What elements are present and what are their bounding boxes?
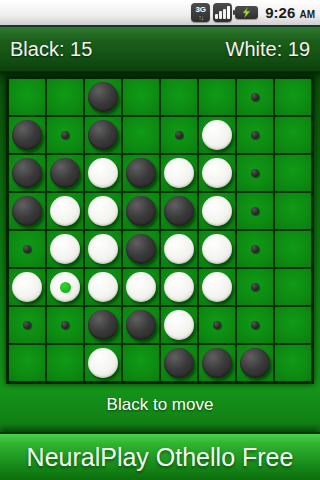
board-cell-b7[interactable] (47, 307, 83, 343)
board-cell-c1[interactable] (85, 79, 121, 115)
board-cell-d1[interactable] (123, 79, 159, 115)
white-disc (164, 234, 194, 264)
legal-move-dot[interactable] (251, 245, 259, 253)
board-cell-b4[interactable] (47, 193, 83, 229)
clock-time: 9:26 (265, 4, 295, 21)
3g-network-icon: 3G ↑↓ (191, 3, 210, 22)
black-disc (88, 120, 118, 150)
board-cell-c6[interactable] (85, 269, 121, 305)
board-cell-d6[interactable] (123, 269, 159, 305)
battery-charging-icon (235, 6, 258, 19)
board-cell-d7[interactable] (123, 307, 159, 343)
black-disc (126, 158, 156, 188)
board-cell-h4[interactable] (275, 193, 311, 229)
board-cell-f2[interactable] (199, 117, 235, 153)
board-cell-a7[interactable] (9, 307, 45, 343)
board-cell-g7[interactable] (237, 307, 273, 343)
board-cell-e8[interactable] (161, 345, 197, 381)
white-disc (88, 158, 118, 188)
white-disc (126, 272, 156, 302)
board-cell-f8[interactable] (199, 345, 235, 381)
board-cell-h7[interactable] (275, 307, 311, 343)
board-cell-e2[interactable] (161, 117, 197, 153)
legal-move-dot[interactable] (61, 131, 69, 139)
board-cell-c2[interactable] (85, 117, 121, 153)
white-disc (202, 234, 232, 264)
black-disc (88, 310, 118, 340)
board-cell-a5[interactable] (9, 231, 45, 267)
legal-move-dot[interactable] (251, 169, 259, 177)
legal-move-dot[interactable] (251, 321, 259, 329)
board-cell-a2[interactable] (9, 117, 45, 153)
black-disc (126, 196, 156, 226)
board-cell-e1[interactable] (161, 79, 197, 115)
board-cell-e5[interactable] (161, 231, 197, 267)
3g-label: 3G (195, 5, 206, 14)
black-disc (164, 196, 194, 226)
legal-move-dot[interactable] (251, 283, 259, 291)
white-disc (164, 158, 194, 188)
black-disc (126, 234, 156, 264)
black-disc (164, 348, 194, 378)
white-disc (202, 272, 232, 302)
board-cell-d2[interactable] (123, 117, 159, 153)
board-cell-h2[interactable] (275, 117, 311, 153)
legal-move-dot[interactable] (213, 321, 221, 329)
white-disc (12, 272, 42, 302)
app-title: NeuralPlay Othello Free (27, 443, 294, 472)
black-disc (12, 120, 42, 150)
black-disc (240, 348, 270, 378)
board-cell-b6[interactable] (47, 269, 83, 305)
black-score-label: Black: 15 (10, 38, 92, 61)
white-disc (202, 120, 232, 150)
clock: 9:26 AM (265, 4, 315, 21)
board-cell-d4[interactable] (123, 193, 159, 229)
black-disc (88, 82, 118, 112)
board-cell-d5[interactable] (123, 231, 159, 267)
board-cell-e4[interactable] (161, 193, 197, 229)
board-cell-a8[interactable] (9, 345, 45, 381)
board-cell-f4[interactable] (199, 193, 235, 229)
legal-move-dot[interactable] (251, 131, 259, 139)
board-cell-e6[interactable] (161, 269, 197, 305)
black-disc (202, 348, 232, 378)
last-move-indicator (60, 282, 71, 293)
white-disc (88, 348, 118, 378)
board-cell-g1[interactable] (237, 79, 273, 115)
clock-ampm: AM (299, 9, 315, 20)
board-cell-f1[interactable] (199, 79, 235, 115)
black-disc (12, 158, 42, 188)
white-score-label: White: 19 (226, 38, 310, 61)
board-cell-b3[interactable] (47, 155, 83, 191)
android-status-bar: 3G ↑↓ 9:26 AM (0, 0, 320, 25)
board-cell-g6[interactable] (237, 269, 273, 305)
board-cell-f7[interactable] (199, 307, 235, 343)
white-disc (202, 196, 232, 226)
data-arrows-icon: ↑↓ (198, 14, 203, 21)
board-cell-h1[interactable] (275, 79, 311, 115)
legal-move-dot[interactable] (175, 131, 183, 139)
board-cell-g5[interactable] (237, 231, 273, 267)
board-cell-d3[interactable] (123, 155, 159, 191)
board-cell-g2[interactable] (237, 117, 273, 153)
app-title-bar: NeuralPlay Othello Free (0, 432, 320, 480)
board-cell-a6[interactable] (9, 269, 45, 305)
play-area: Black to move (0, 72, 320, 432)
board-cell-b2[interactable] (47, 117, 83, 153)
white-disc (164, 310, 194, 340)
black-disc (50, 158, 80, 188)
board-cell-h6[interactable] (275, 269, 311, 305)
white-disc (88, 272, 118, 302)
white-disc (88, 234, 118, 264)
board-cell-b1[interactable] (47, 79, 83, 115)
black-disc (12, 196, 42, 226)
white-disc (50, 272, 80, 302)
lightning-bolt-icon (241, 7, 252, 18)
board-cell-a3[interactable] (9, 155, 45, 191)
legal-move-dot[interactable] (251, 207, 259, 215)
board-cell-c5[interactable] (85, 231, 121, 267)
board-cell-a4[interactable] (9, 193, 45, 229)
board-cell-f5[interactable] (199, 231, 235, 267)
board-cell-h8[interactable] (275, 345, 311, 381)
board-cell-c8[interactable] (85, 345, 121, 381)
black-disc (126, 310, 156, 340)
board-cell-b8[interactable] (47, 345, 83, 381)
board-cell-g4[interactable] (237, 193, 273, 229)
legal-move-dot[interactable] (251, 93, 259, 101)
othello-app: 3G ↑↓ 9:26 AM Black: 15 White: 19 Black … (0, 0, 320, 480)
board-cell-f6[interactable] (199, 269, 235, 305)
board-cell-g8[interactable] (237, 345, 273, 381)
board-cell-h5[interactable] (275, 231, 311, 267)
board-cell-b5[interactable] (47, 231, 83, 267)
white-disc (50, 196, 80, 226)
signal-strength-icon (213, 3, 232, 22)
othello-board (6, 76, 314, 384)
board-cell-c4[interactable] (85, 193, 121, 229)
board-cell-a1[interactable] (9, 79, 45, 115)
legal-move-dot[interactable] (23, 321, 31, 329)
white-disc (50, 234, 80, 264)
white-disc (164, 272, 194, 302)
board-cell-c3[interactable] (85, 155, 121, 191)
board-cell-g3[interactable] (237, 155, 273, 191)
board-cell-e3[interactable] (161, 155, 197, 191)
board-cell-c7[interactable] (85, 307, 121, 343)
board-cell-e7[interactable] (161, 307, 197, 343)
legal-move-dot[interactable] (61, 321, 69, 329)
turn-indicator: Black to move (0, 384, 320, 432)
board-cell-d8[interactable] (123, 345, 159, 381)
board-cell-h3[interactable] (275, 155, 311, 191)
white-disc (202, 158, 232, 188)
legal-move-dot[interactable] (23, 245, 31, 253)
board-cell-f3[interactable] (199, 155, 235, 191)
score-bar: Black: 15 White: 19 (0, 27, 320, 72)
white-disc (88, 196, 118, 226)
